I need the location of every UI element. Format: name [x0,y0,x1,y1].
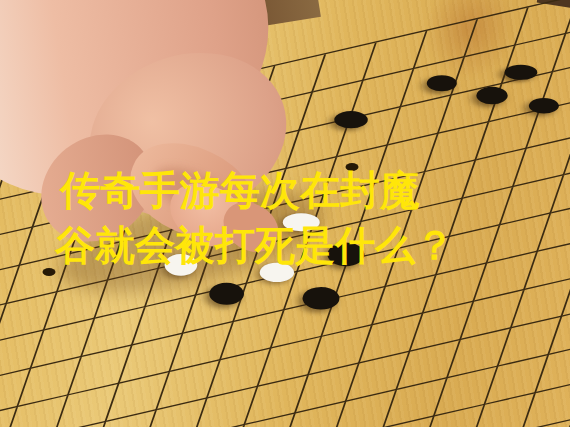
table-wood-top [125,0,321,47]
caption-line-1: 传奇手游每次在封魔 [60,170,420,210]
star-point [43,268,56,276]
caption-line-2: 谷就会被打死是什么？ [55,225,455,265]
go-photo-stage: ●●●●●●●●●●●● 传奇手游每次在封魔 谷就会被打死是什么？ [0,0,570,427]
